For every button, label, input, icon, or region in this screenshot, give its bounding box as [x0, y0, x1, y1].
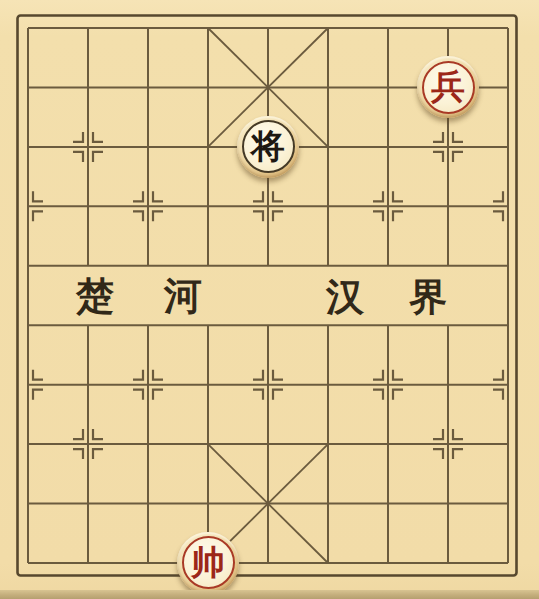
river-char-han: 汉 [326, 278, 364, 316]
piece-glyph: 将 [251, 129, 285, 163]
river-char-jie: 界 [409, 278, 447, 316]
xiangqi-board: 楚 河 汉 界 兵将帅 [0, 0, 539, 599]
piece-glyph: 兵 [431, 69, 465, 103]
piece-face: 兵 [422, 61, 475, 114]
river-char-he: 河 [164, 277, 202, 315]
piece-red-general[interactable]: 帅 [177, 532, 239, 594]
piece-face: 将 [242, 120, 295, 173]
piece-red-soldier[interactable]: 兵 [417, 56, 479, 118]
board-cell: 帅 [178, 533, 238, 592]
piece-glyph: 帅 [191, 545, 225, 579]
board-bottom-shadow [0, 590, 539, 599]
river-char-chu: 楚 [76, 277, 114, 315]
piece-face: 帅 [182, 536, 235, 589]
board-cell: 将 [238, 117, 298, 176]
piece-black-general[interactable]: 将 [237, 116, 299, 178]
board-cell: 兵 [418, 58, 478, 117]
